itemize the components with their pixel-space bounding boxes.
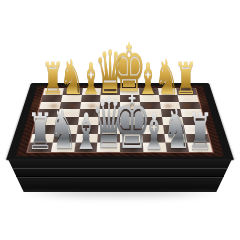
lid-seam [8, 168, 232, 169]
gold-rook: ♜ [175, 57, 198, 101]
box-groove [8, 176, 232, 177]
product-photo: ♜♞♝♛♚♝♞♜♜♞♝♛♚♝♞♜ [0, 0, 240, 240]
box-shadow [22, 188, 218, 198]
silver-rook: ♜ [187, 107, 213, 157]
